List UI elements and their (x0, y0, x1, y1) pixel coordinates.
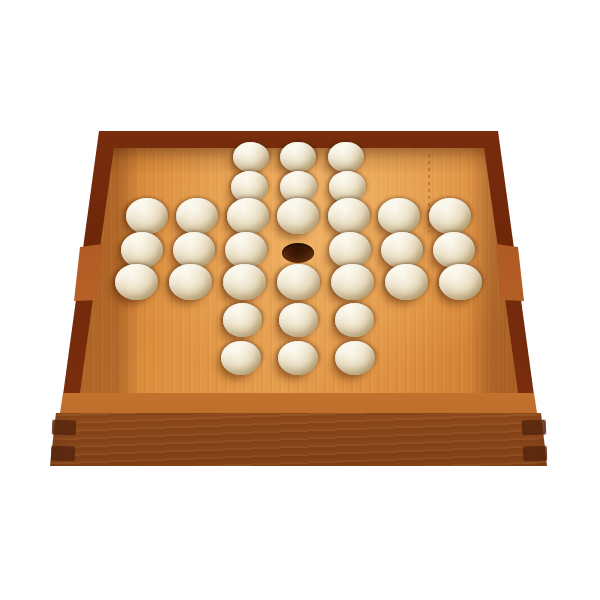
marble-ball (233, 142, 269, 173)
marble[interactable] (277, 264, 320, 301)
marble-ball (176, 198, 218, 234)
marble[interactable] (176, 198, 218, 234)
marble-ball (277, 264, 320, 301)
marble-ball (385, 264, 428, 301)
marble[interactable] (439, 264, 482, 301)
marble[interactable] (115, 264, 158, 301)
marble[interactable] (328, 142, 364, 173)
peg-grid (0, 0, 600, 600)
marble[interactable] (278, 341, 318, 375)
marble-ball (279, 303, 318, 336)
marble-ball (331, 264, 374, 301)
marble[interactable] (328, 198, 370, 234)
marble-ball (115, 264, 158, 301)
marble-ball (328, 198, 370, 234)
marble[interactable] (279, 303, 318, 336)
marble-ball (126, 198, 168, 234)
marble-ball (223, 303, 262, 336)
marble-ball (335, 341, 375, 375)
empty-center-hole[interactable] (282, 243, 314, 263)
marble-ball (328, 142, 364, 173)
peg-solitaire-product-photo: Peg Solitaire (0, 0, 600, 600)
marble[interactable] (221, 341, 261, 375)
marble[interactable] (126, 198, 168, 234)
marble[interactable] (169, 264, 212, 301)
marble-ball (277, 198, 319, 234)
marble-ball (378, 198, 420, 234)
marble[interactable] (233, 142, 269, 173)
marble-ball (280, 142, 316, 173)
marble[interactable] (385, 264, 428, 301)
marble-ball (221, 341, 261, 375)
marble-ball (227, 198, 269, 234)
marble[interactable] (280, 142, 316, 173)
marble[interactable] (227, 198, 269, 234)
marble-ball (439, 264, 482, 301)
marble[interactable] (331, 264, 374, 301)
marble-ball (223, 264, 266, 301)
marble[interactable] (223, 303, 262, 336)
marble[interactable] (335, 303, 374, 336)
marble-ball (169, 264, 212, 301)
marble-ball (278, 341, 318, 375)
marble[interactable] (277, 198, 319, 234)
marble-ball (335, 303, 374, 336)
marble[interactable] (223, 264, 266, 301)
marble[interactable] (335, 341, 375, 375)
marble[interactable] (378, 198, 420, 234)
marble-ball (429, 198, 471, 234)
marble[interactable] (429, 198, 471, 234)
